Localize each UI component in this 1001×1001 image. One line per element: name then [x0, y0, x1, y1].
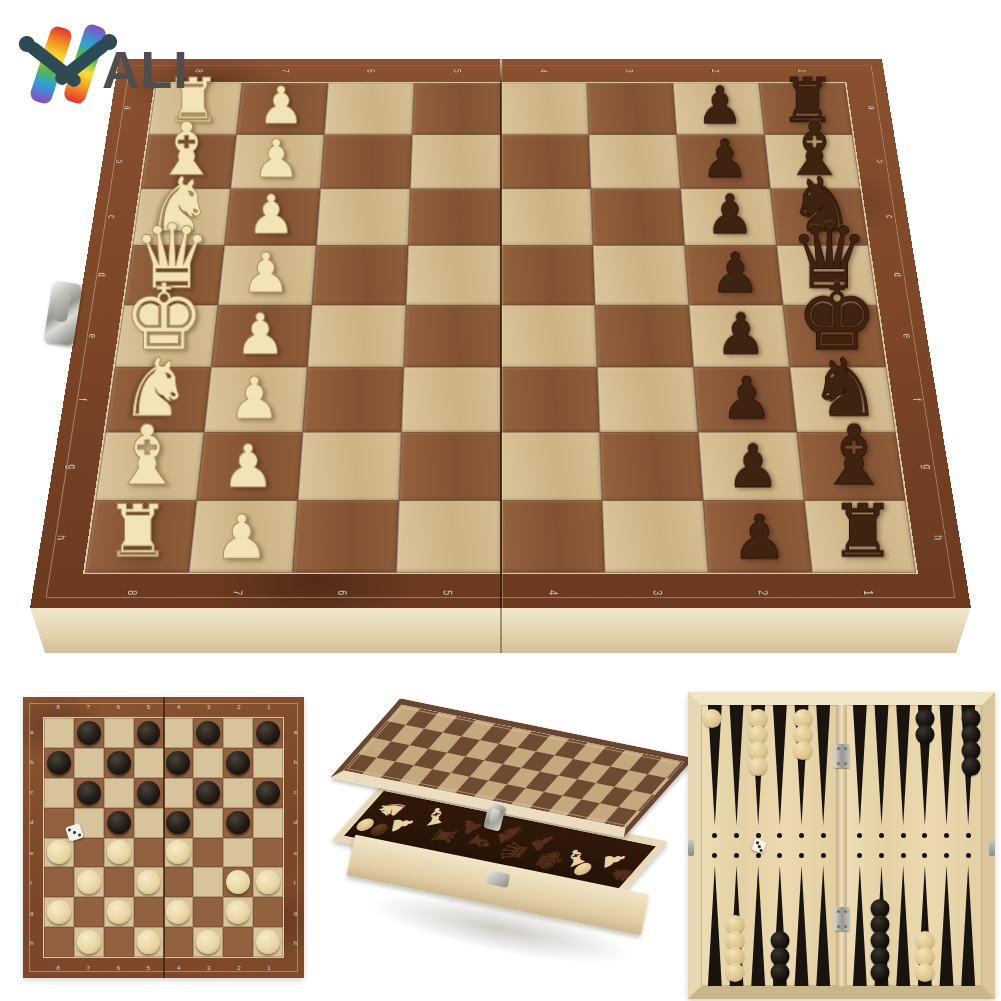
square-c7: ♟ [225, 189, 321, 246]
white-pawn: ♟ [241, 246, 291, 301]
square-b3 [588, 135, 680, 189]
coord-label: f [76, 399, 90, 401]
white-pawn: ♟ [252, 133, 299, 186]
square-c6 [317, 189, 411, 246]
square-d6 [312, 246, 408, 305]
dark-pawn: ♟ [711, 246, 761, 301]
square-b2: ♟ [676, 135, 770, 189]
coord-label: b [874, 159, 887, 163]
coord-label: g [65, 464, 80, 469]
brand-logo: ALI [14, 18, 204, 114]
coord-label: 4 [537, 69, 549, 72]
white-bishop: ♝ [110, 414, 184, 497]
square-g7: ♟ [197, 432, 303, 500]
coord-label: a [866, 106, 879, 110]
square-e5 [404, 305, 500, 367]
square-c4 [501, 189, 593, 246]
coord-label: c [105, 215, 119, 218]
square-b6 [321, 135, 413, 189]
square-d5 [406, 246, 500, 305]
square-g5 [399, 432, 500, 500]
square-h4 [501, 501, 605, 573]
dark-rook: ♜ [831, 495, 896, 568]
white-rook: ♜ [105, 495, 170, 568]
square-d2: ♟ [684, 246, 782, 305]
coord-label: 5 [451, 69, 463, 72]
square-d4 [501, 246, 595, 305]
square-h1: ♜ [804, 501, 916, 573]
square-h3 [602, 501, 708, 573]
square-a4 [501, 83, 589, 135]
dark-pawn: ♟ [716, 306, 767, 363]
coord-label: 3 [623, 69, 635, 72]
coord-label: e [86, 334, 100, 338]
square-g2: ♟ [698, 432, 804, 500]
square-h8: ♜ [85, 501, 197, 573]
coord-label: 1 [860, 590, 876, 595]
coord-label: g [921, 464, 936, 469]
square-e6 [308, 305, 407, 367]
square-g6 [298, 432, 402, 500]
square-h5 [397, 501, 501, 573]
coord-label: 6 [335, 590, 350, 595]
product-photo-stage: ALI ♜♟♟♜♝♟♟♝♞♟♟♞♛♟♟♛♚♟♟♚♞♟♟♞♝♟♟♝♜♟♟♜ 876… [0, 0, 1001, 1001]
white-pawn: ♟ [221, 437, 274, 497]
coord-label: 4 [546, 590, 561, 595]
square-d3 [592, 246, 688, 305]
square-a2: ♟ [673, 83, 765, 135]
white-pawn: ♟ [234, 306, 285, 363]
dark-pawn: ♟ [706, 188, 755, 242]
main-chessboard-scene: ♜♟♟♜♝♟♟♝♞♟♟♞♛♟♟♛♚♟♟♚♞♟♟♞♝♟♟♝♜♟♟♜ 8765432… [0, 0, 1001, 1001]
square-f3 [597, 367, 698, 432]
square-d7: ♟ [218, 246, 316, 305]
white-pawn: ♟ [214, 507, 269, 568]
dark-pawn: ♟ [721, 370, 773, 428]
square-b5 [411, 135, 501, 189]
square-f5 [402, 367, 501, 432]
coord-label: h [54, 535, 69, 540]
coord-label: c [883, 215, 897, 218]
square-g4 [501, 432, 602, 500]
square-f7: ♟ [204, 367, 307, 432]
coord-label: 2 [755, 590, 770, 595]
white-pawn: ♟ [258, 80, 304, 132]
chess-board: ♜♟♟♜♝♟♟♝♞♟♟♞♛♟♟♛♚♟♟♚♞♟♟♞♝♟♟♝♜♟♟♜ 8765432… [30, 59, 971, 608]
brand-name: ALI [102, 44, 189, 96]
white-pawn: ♟ [228, 370, 280, 428]
coord-label: b [114, 159, 127, 163]
square-g3 [599, 432, 703, 500]
square-c2: ♟ [680, 189, 776, 246]
square-f4 [501, 367, 600, 432]
coord-label: f [911, 399, 925, 401]
square-f6 [303, 367, 404, 432]
dark-bishop: ♝ [817, 414, 891, 497]
square-h7: ♟ [189, 501, 298, 573]
square-a3 [587, 83, 677, 135]
coord-label: h [931, 535, 946, 540]
coord-label: 5 [440, 590, 455, 595]
white-pawn: ♟ [247, 188, 296, 242]
square-f2: ♟ [693, 367, 796, 432]
square-a5 [413, 83, 501, 135]
square-h6 [293, 501, 399, 573]
dark-pawn: ♟ [697, 80, 743, 132]
square-b4 [501, 135, 591, 189]
square-e3 [595, 305, 694, 367]
dark-pawn: ♟ [726, 437, 779, 497]
coord-label: d [96, 273, 110, 277]
square-c3 [590, 189, 684, 246]
coord-label: 6 [365, 69, 377, 72]
square-a7: ♟ [237, 83, 329, 135]
coord-label: 8 [125, 590, 141, 595]
square-e4 [501, 305, 597, 367]
dark-pawn: ♟ [701, 133, 748, 186]
coord-label: 2 [709, 69, 722, 72]
coord-label: d [891, 273, 905, 277]
square-a6 [325, 83, 415, 135]
dark-pawn: ♟ [732, 507, 787, 568]
coord-label: e [901, 334, 915, 338]
square-e2: ♟ [689, 305, 790, 367]
coord-label: 3 [650, 590, 665, 595]
square-b7: ♟ [231, 135, 325, 189]
square-h2: ♟ [703, 501, 812, 573]
square-e7: ♟ [211, 305, 312, 367]
coord-label: 7 [230, 590, 245, 595]
square-c5 [409, 189, 501, 246]
coord-label: 7 [279, 69, 292, 72]
